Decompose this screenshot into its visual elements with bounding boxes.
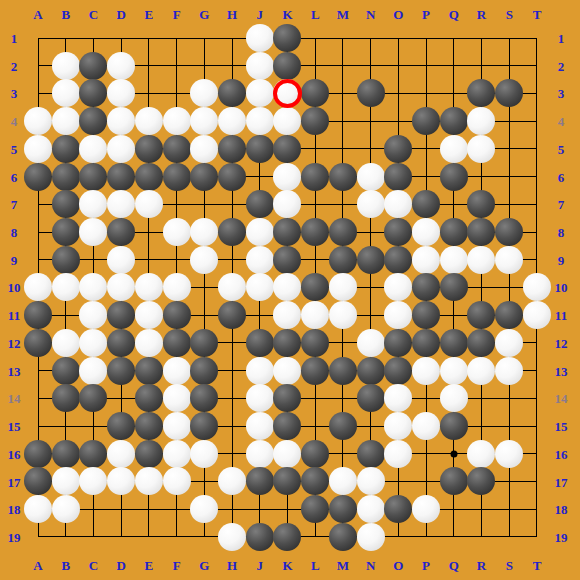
board-point-R1[interactable] bbox=[468, 24, 496, 52]
board-point-N15[interactable] bbox=[357, 412, 385, 440]
board-point-P14[interactable] bbox=[412, 384, 440, 412]
board-point-C12[interactable] bbox=[80, 329, 108, 357]
board-point-L1[interactable] bbox=[301, 24, 329, 52]
board-point-N5[interactable] bbox=[357, 135, 385, 163]
board-point-F17[interactable] bbox=[163, 468, 191, 496]
board-point-J14[interactable] bbox=[246, 384, 274, 412]
board-point-P1[interactable] bbox=[412, 24, 440, 52]
board-point-S17[interactable] bbox=[495, 468, 523, 496]
board-point-C15[interactable] bbox=[80, 412, 108, 440]
board-point-A7[interactable] bbox=[24, 190, 52, 218]
board-point-M2[interactable] bbox=[329, 52, 357, 80]
board-point-B5[interactable] bbox=[52, 135, 80, 163]
board-point-B13[interactable] bbox=[52, 357, 80, 385]
board-point-E7[interactable] bbox=[135, 190, 163, 218]
board-point-C3[interactable] bbox=[80, 80, 108, 108]
board-point-S11[interactable] bbox=[495, 301, 523, 329]
board-point-R4[interactable] bbox=[468, 107, 496, 135]
board-point-A18[interactable] bbox=[24, 495, 52, 523]
board-point-R3[interactable] bbox=[468, 80, 496, 108]
board-point-B14[interactable] bbox=[52, 384, 80, 412]
board-point-M5[interactable] bbox=[329, 135, 357, 163]
board-point-F16[interactable] bbox=[163, 440, 191, 468]
board-point-T15[interactable] bbox=[523, 412, 551, 440]
board-point-H9[interactable] bbox=[218, 246, 246, 274]
board-point-K7[interactable] bbox=[274, 190, 302, 218]
board-point-K18[interactable] bbox=[274, 495, 302, 523]
board-point-A10[interactable] bbox=[24, 274, 52, 302]
board-point-G6[interactable] bbox=[190, 163, 218, 191]
board-point-H7[interactable] bbox=[218, 190, 246, 218]
board-point-Q18[interactable] bbox=[440, 495, 468, 523]
board-point-C17[interactable] bbox=[80, 468, 108, 496]
board-point-F8[interactable] bbox=[163, 218, 191, 246]
board-point-L5[interactable] bbox=[301, 135, 329, 163]
board-point-N18[interactable] bbox=[357, 495, 385, 523]
board-point-G18[interactable] bbox=[190, 495, 218, 523]
board-point-C2[interactable] bbox=[80, 52, 108, 80]
board-point-R8[interactable] bbox=[468, 218, 496, 246]
board-point-O6[interactable] bbox=[384, 163, 412, 191]
board-point-T2[interactable] bbox=[523, 52, 551, 80]
board-point-Q13[interactable] bbox=[440, 357, 468, 385]
board-point-R6[interactable] bbox=[468, 163, 496, 191]
board-point-L2[interactable] bbox=[301, 52, 329, 80]
board-point-C18[interactable] bbox=[80, 495, 108, 523]
board-point-K16[interactable] bbox=[274, 440, 302, 468]
board-point-T9[interactable] bbox=[523, 246, 551, 274]
board-point-R11[interactable] bbox=[468, 301, 496, 329]
board-point-D12[interactable] bbox=[107, 329, 135, 357]
board-point-A15[interactable] bbox=[24, 412, 52, 440]
board-point-M8[interactable] bbox=[329, 218, 357, 246]
board-point-S3[interactable] bbox=[495, 80, 523, 108]
board-point-E13[interactable] bbox=[135, 357, 163, 385]
board-point-O2[interactable] bbox=[384, 52, 412, 80]
board-point-M13[interactable] bbox=[329, 357, 357, 385]
board-point-N11[interactable] bbox=[357, 301, 385, 329]
board-point-D6[interactable] bbox=[107, 163, 135, 191]
board-point-F7[interactable] bbox=[163, 190, 191, 218]
board-point-F11[interactable] bbox=[163, 301, 191, 329]
board-point-M7[interactable] bbox=[329, 190, 357, 218]
board-point-K19[interactable] bbox=[274, 523, 302, 551]
board-point-N12[interactable] bbox=[357, 329, 385, 357]
board-point-R7[interactable] bbox=[468, 190, 496, 218]
board-point-D13[interactable] bbox=[107, 357, 135, 385]
board-point-G10[interactable] bbox=[190, 274, 218, 302]
board-point-J15[interactable] bbox=[246, 412, 274, 440]
board-point-G4[interactable] bbox=[190, 107, 218, 135]
board-point-L4[interactable] bbox=[301, 107, 329, 135]
board-point-K8[interactable] bbox=[274, 218, 302, 246]
board-point-E10[interactable] bbox=[135, 274, 163, 302]
board-point-H15[interactable] bbox=[218, 412, 246, 440]
board-point-E19[interactable] bbox=[135, 523, 163, 551]
board-point-H14[interactable] bbox=[218, 384, 246, 412]
board-point-S13[interactable] bbox=[495, 357, 523, 385]
board-point-T13[interactable] bbox=[523, 357, 551, 385]
board-point-H10[interactable] bbox=[218, 274, 246, 302]
board-point-H2[interactable] bbox=[218, 52, 246, 80]
board-point-B9[interactable] bbox=[52, 246, 80, 274]
board-point-S14[interactable] bbox=[495, 384, 523, 412]
board-point-B18[interactable] bbox=[52, 495, 80, 523]
board-point-G5[interactable] bbox=[190, 135, 218, 163]
board-point-K4[interactable] bbox=[274, 107, 302, 135]
board-point-A17[interactable] bbox=[24, 468, 52, 496]
board-point-O16[interactable] bbox=[384, 440, 412, 468]
board-point-B16[interactable] bbox=[52, 440, 80, 468]
board-point-M1[interactable] bbox=[329, 24, 357, 52]
board-point-C7[interactable] bbox=[80, 190, 108, 218]
board-point-O11[interactable] bbox=[384, 301, 412, 329]
board-point-N3[interactable] bbox=[357, 80, 385, 108]
board-point-K1[interactable] bbox=[274, 24, 302, 52]
board-point-D2[interactable] bbox=[107, 52, 135, 80]
board-point-N19[interactable] bbox=[357, 523, 385, 551]
board-point-P4[interactable] bbox=[412, 107, 440, 135]
board-point-B4[interactable] bbox=[52, 107, 80, 135]
board-point-Q12[interactable] bbox=[440, 329, 468, 357]
board-point-J9[interactable] bbox=[246, 246, 274, 274]
board-point-G3[interactable] bbox=[190, 80, 218, 108]
board-point-N1[interactable] bbox=[357, 24, 385, 52]
board-point-N13[interactable] bbox=[357, 357, 385, 385]
board-point-G14[interactable] bbox=[190, 384, 218, 412]
board-point-M17[interactable] bbox=[329, 468, 357, 496]
board-point-M12[interactable] bbox=[329, 329, 357, 357]
board-point-M18[interactable] bbox=[329, 495, 357, 523]
board-point-C11[interactable] bbox=[80, 301, 108, 329]
board-point-O14[interactable] bbox=[384, 384, 412, 412]
board-point-H11[interactable] bbox=[218, 301, 246, 329]
board-point-E11[interactable] bbox=[135, 301, 163, 329]
board-point-J18[interactable] bbox=[246, 495, 274, 523]
board-point-J3[interactable] bbox=[246, 80, 274, 108]
board-point-H17[interactable] bbox=[218, 468, 246, 496]
board-point-J11[interactable] bbox=[246, 301, 274, 329]
board-point-S4[interactable] bbox=[495, 107, 523, 135]
board-point-N8[interactable] bbox=[357, 218, 385, 246]
board-point-F2[interactable] bbox=[163, 52, 191, 80]
board-point-J16[interactable] bbox=[246, 440, 274, 468]
board-point-Q8[interactable] bbox=[440, 218, 468, 246]
board-point-L18[interactable] bbox=[301, 495, 329, 523]
board-point-T14[interactable] bbox=[523, 384, 551, 412]
board-point-Q4[interactable] bbox=[440, 107, 468, 135]
board-point-K17[interactable] bbox=[274, 468, 302, 496]
board-point-S7[interactable] bbox=[495, 190, 523, 218]
board-point-P13[interactable] bbox=[412, 357, 440, 385]
board-point-P5[interactable] bbox=[412, 135, 440, 163]
board-point-G11[interactable] bbox=[190, 301, 218, 329]
board-point-B2[interactable] bbox=[52, 52, 80, 80]
board-point-Q1[interactable] bbox=[440, 24, 468, 52]
board-point-N14[interactable] bbox=[357, 384, 385, 412]
board-point-G13[interactable] bbox=[190, 357, 218, 385]
board-point-P9[interactable] bbox=[412, 246, 440, 274]
board-point-P15[interactable] bbox=[412, 412, 440, 440]
board-point-J10[interactable] bbox=[246, 274, 274, 302]
board-point-D11[interactable] bbox=[107, 301, 135, 329]
board-point-K3[interactable] bbox=[274, 80, 302, 108]
board-point-G16[interactable] bbox=[190, 440, 218, 468]
board-point-J1[interactable] bbox=[246, 24, 274, 52]
board-point-Q6[interactable] bbox=[440, 163, 468, 191]
board-point-C16[interactable] bbox=[80, 440, 108, 468]
board-point-C19[interactable] bbox=[80, 523, 108, 551]
board-point-R13[interactable] bbox=[468, 357, 496, 385]
board-point-D18[interactable] bbox=[107, 495, 135, 523]
board-point-T5[interactable] bbox=[523, 135, 551, 163]
board-point-M19[interactable] bbox=[329, 523, 357, 551]
board-point-D5[interactable] bbox=[107, 135, 135, 163]
board-point-S10[interactable] bbox=[495, 274, 523, 302]
board-point-C4[interactable] bbox=[80, 107, 108, 135]
board-point-J2[interactable] bbox=[246, 52, 274, 80]
board-point-P7[interactable] bbox=[412, 190, 440, 218]
board-point-S6[interactable] bbox=[495, 163, 523, 191]
board-point-J7[interactable] bbox=[246, 190, 274, 218]
board-point-M4[interactable] bbox=[329, 107, 357, 135]
board-point-E9[interactable] bbox=[135, 246, 163, 274]
board-point-T16[interactable] bbox=[523, 440, 551, 468]
board-point-D17[interactable] bbox=[107, 468, 135, 496]
board-point-K2[interactable] bbox=[274, 52, 302, 80]
board-point-H5[interactable] bbox=[218, 135, 246, 163]
board-point-R10[interactable] bbox=[468, 274, 496, 302]
board-point-L12[interactable] bbox=[301, 329, 329, 357]
board-point-A5[interactable] bbox=[24, 135, 52, 163]
board-point-D1[interactable] bbox=[107, 24, 135, 52]
board-point-F15[interactable] bbox=[163, 412, 191, 440]
board-point-D3[interactable] bbox=[107, 80, 135, 108]
board-point-T1[interactable] bbox=[523, 24, 551, 52]
board-point-T4[interactable] bbox=[523, 107, 551, 135]
board-point-R9[interactable] bbox=[468, 246, 496, 274]
board-point-J8[interactable] bbox=[246, 218, 274, 246]
board-point-T19[interactable] bbox=[523, 523, 551, 551]
board-point-A13[interactable] bbox=[24, 357, 52, 385]
board-point-B3[interactable] bbox=[52, 80, 80, 108]
board-point-F9[interactable] bbox=[163, 246, 191, 274]
board-point-F18[interactable] bbox=[163, 495, 191, 523]
board-point-R15[interactable] bbox=[468, 412, 496, 440]
board-point-P2[interactable] bbox=[412, 52, 440, 80]
board-point-C13[interactable] bbox=[80, 357, 108, 385]
board-point-Q7[interactable] bbox=[440, 190, 468, 218]
board-point-L9[interactable] bbox=[301, 246, 329, 274]
board-point-F3[interactable] bbox=[163, 80, 191, 108]
board-point-O3[interactable] bbox=[384, 80, 412, 108]
board-point-G2[interactable] bbox=[190, 52, 218, 80]
board-point-T3[interactable] bbox=[523, 80, 551, 108]
board-point-D9[interactable] bbox=[107, 246, 135, 274]
board-point-B19[interactable] bbox=[52, 523, 80, 551]
board-point-R12[interactable] bbox=[468, 329, 496, 357]
board-point-H19[interactable] bbox=[218, 523, 246, 551]
board-point-N4[interactable] bbox=[357, 107, 385, 135]
board-point-P12[interactable] bbox=[412, 329, 440, 357]
board-point-Q5[interactable] bbox=[440, 135, 468, 163]
board-point-G7[interactable] bbox=[190, 190, 218, 218]
board-point-N17[interactable] bbox=[357, 468, 385, 496]
board-point-D19[interactable] bbox=[107, 523, 135, 551]
board-point-A8[interactable] bbox=[24, 218, 52, 246]
board-point-E15[interactable] bbox=[135, 412, 163, 440]
board-point-C14[interactable] bbox=[80, 384, 108, 412]
board-point-P10[interactable] bbox=[412, 274, 440, 302]
board-point-B7[interactable] bbox=[52, 190, 80, 218]
board-point-E12[interactable] bbox=[135, 329, 163, 357]
board-point-H13[interactable] bbox=[218, 357, 246, 385]
board-point-T12[interactable] bbox=[523, 329, 551, 357]
board-point-Q9[interactable] bbox=[440, 246, 468, 274]
board-point-N7[interactable] bbox=[357, 190, 385, 218]
board-point-K5[interactable] bbox=[274, 135, 302, 163]
board-point-N6[interactable] bbox=[357, 163, 385, 191]
board-point-L7[interactable] bbox=[301, 190, 329, 218]
board-point-G1[interactable] bbox=[190, 24, 218, 52]
board-point-B8[interactable] bbox=[52, 218, 80, 246]
board-point-C9[interactable] bbox=[80, 246, 108, 274]
board-point-O7[interactable] bbox=[384, 190, 412, 218]
board-point-S19[interactable] bbox=[495, 523, 523, 551]
board-point-H6[interactable] bbox=[218, 163, 246, 191]
board-point-D16[interactable] bbox=[107, 440, 135, 468]
board-point-O12[interactable] bbox=[384, 329, 412, 357]
board-point-H1[interactable] bbox=[218, 24, 246, 52]
board-point-H8[interactable] bbox=[218, 218, 246, 246]
board-point-L10[interactable] bbox=[301, 274, 329, 302]
board-point-O19[interactable] bbox=[384, 523, 412, 551]
board-point-A9[interactable] bbox=[24, 246, 52, 274]
board-point-J13[interactable] bbox=[246, 357, 274, 385]
board-point-N9[interactable] bbox=[357, 246, 385, 274]
board-point-M16[interactable] bbox=[329, 440, 357, 468]
board-point-J5[interactable] bbox=[246, 135, 274, 163]
board-point-Q10[interactable] bbox=[440, 274, 468, 302]
board-point-O8[interactable] bbox=[384, 218, 412, 246]
board-point-K9[interactable] bbox=[274, 246, 302, 274]
board-point-K6[interactable] bbox=[274, 163, 302, 191]
board-point-O9[interactable] bbox=[384, 246, 412, 274]
board-point-A4[interactable] bbox=[24, 107, 52, 135]
board-point-F6[interactable] bbox=[163, 163, 191, 191]
board-point-F1[interactable] bbox=[163, 24, 191, 52]
board-point-Q15[interactable] bbox=[440, 412, 468, 440]
board-point-C8[interactable] bbox=[80, 218, 108, 246]
board-point-P16[interactable] bbox=[412, 440, 440, 468]
board-point-K11[interactable] bbox=[274, 301, 302, 329]
board-point-Q2[interactable] bbox=[440, 52, 468, 80]
board-point-E18[interactable] bbox=[135, 495, 163, 523]
board-point-L11[interactable] bbox=[301, 301, 329, 329]
board-point-F10[interactable] bbox=[163, 274, 191, 302]
board-point-P3[interactable] bbox=[412, 80, 440, 108]
board-point-G9[interactable] bbox=[190, 246, 218, 274]
board-point-J19[interactable] bbox=[246, 523, 274, 551]
board-point-A1[interactable] bbox=[24, 24, 52, 52]
board-point-S1[interactable] bbox=[495, 24, 523, 52]
board-point-F4[interactable] bbox=[163, 107, 191, 135]
board-point-G15[interactable] bbox=[190, 412, 218, 440]
board-point-H12[interactable] bbox=[218, 329, 246, 357]
board-point-O5[interactable] bbox=[384, 135, 412, 163]
board-point-K15[interactable] bbox=[274, 412, 302, 440]
board-point-R16[interactable] bbox=[468, 440, 496, 468]
board-point-R14[interactable] bbox=[468, 384, 496, 412]
board-point-G12[interactable] bbox=[190, 329, 218, 357]
board-point-C10[interactable] bbox=[80, 274, 108, 302]
board-point-T8[interactable] bbox=[523, 218, 551, 246]
board-point-O13[interactable] bbox=[384, 357, 412, 385]
board-point-H4[interactable] bbox=[218, 107, 246, 135]
board-point-Q3[interactable] bbox=[440, 80, 468, 108]
board-point-J12[interactable] bbox=[246, 329, 274, 357]
board-point-T11[interactable] bbox=[523, 301, 551, 329]
board-point-F5[interactable] bbox=[163, 135, 191, 163]
board-point-C5[interactable] bbox=[80, 135, 108, 163]
board-point-L6[interactable] bbox=[301, 163, 329, 191]
board-point-D7[interactable] bbox=[107, 190, 135, 218]
board-point-B15[interactable] bbox=[52, 412, 80, 440]
board-point-M15[interactable] bbox=[329, 412, 357, 440]
board-point-B11[interactable] bbox=[52, 301, 80, 329]
board-point-P11[interactable] bbox=[412, 301, 440, 329]
board-point-J6[interactable] bbox=[246, 163, 274, 191]
board-point-Q19[interactable] bbox=[440, 523, 468, 551]
board-point-B6[interactable] bbox=[52, 163, 80, 191]
board-point-T7[interactable] bbox=[523, 190, 551, 218]
board-point-D15[interactable] bbox=[107, 412, 135, 440]
board-point-D8[interactable] bbox=[107, 218, 135, 246]
board-point-F13[interactable] bbox=[163, 357, 191, 385]
board-point-E5[interactable] bbox=[135, 135, 163, 163]
board-point-F12[interactable] bbox=[163, 329, 191, 357]
board-point-Q17[interactable] bbox=[440, 468, 468, 496]
board-point-F19[interactable] bbox=[163, 523, 191, 551]
board-point-E6[interactable] bbox=[135, 163, 163, 191]
board-point-M9[interactable] bbox=[329, 246, 357, 274]
board-point-E4[interactable] bbox=[135, 107, 163, 135]
board-point-L3[interactable] bbox=[301, 80, 329, 108]
board-point-D14[interactable] bbox=[107, 384, 135, 412]
board-point-B1[interactable] bbox=[52, 24, 80, 52]
board-point-T10[interactable] bbox=[523, 274, 551, 302]
board-point-C6[interactable] bbox=[80, 163, 108, 191]
board-point-A12[interactable] bbox=[24, 329, 52, 357]
board-point-N2[interactable] bbox=[357, 52, 385, 80]
board-point-K12[interactable] bbox=[274, 329, 302, 357]
board-point-A6[interactable] bbox=[24, 163, 52, 191]
board-point-T18[interactable] bbox=[523, 495, 551, 523]
board-point-P18[interactable] bbox=[412, 495, 440, 523]
board-point-M6[interactable] bbox=[329, 163, 357, 191]
board-point-P8[interactable] bbox=[412, 218, 440, 246]
board-point-H16[interactable] bbox=[218, 440, 246, 468]
board-point-L15[interactable] bbox=[301, 412, 329, 440]
board-point-G19[interactable] bbox=[190, 523, 218, 551]
board-point-R2[interactable] bbox=[468, 52, 496, 80]
board-point-E1[interactable] bbox=[135, 24, 163, 52]
board-point-S8[interactable] bbox=[495, 218, 523, 246]
board-point-P17[interactable] bbox=[412, 468, 440, 496]
board-point-N16[interactable] bbox=[357, 440, 385, 468]
board-point-H3[interactable] bbox=[218, 80, 246, 108]
board-point-K13[interactable] bbox=[274, 357, 302, 385]
